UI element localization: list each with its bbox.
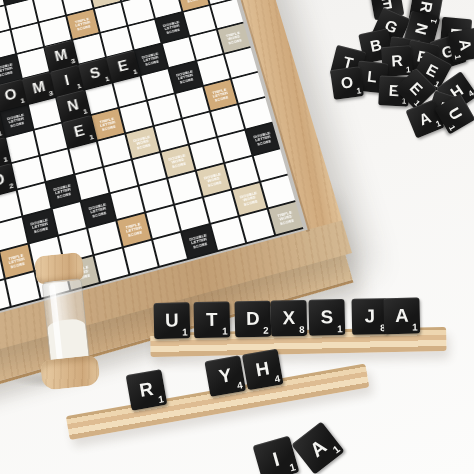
board-cell[interactable] [153,233,187,266]
letter-tile-H[interactable]: H4 [242,349,284,391]
premium-square-label: DOUBLE LETTER SCORE [0,61,18,79]
tile-value: 2 [263,325,269,336]
letter-tile-I[interactable]: I1 [252,435,299,474]
sand-timer[interactable] [23,251,107,396]
board-cell[interactable] [211,217,245,250]
letter-tile-S[interactable]: S1 [308,299,345,336]
premium-square-label: DOUBLE WORD SCORE [235,190,263,209]
premium-square-label: DOUBLE LETTER SCORE [26,216,54,235]
tile-value: 1 [222,325,228,336]
premium-square-label: TRIPLE LETTER SCORE [70,16,97,33]
premium-square-label: DOUBLE WORD SCORE [91,0,118,2]
premium-square-label: DOUBLE WORD SCORE [164,152,192,171]
tile-value: 1 [182,326,188,337]
board-cell[interactable] [124,241,158,274]
letter-tile-D[interactable]: D2 [234,301,271,338]
board-cell[interactable] [95,249,129,282]
letter-tile-A[interactable]: A1 [383,297,420,334]
letter-tile-A[interactable]: A1 [291,421,344,474]
tile-value: 8 [299,324,305,335]
board-cell[interactable] [240,210,274,242]
premium-square-label: TRIPLE LETTER SCORE [120,220,148,239]
scene: TRIPLE WORD SCOREDOUBLE LETTER SCORETRIP… [0,0,474,474]
letter-tile-R[interactable]: R1 [126,369,168,411]
letter-tile-X[interactable]: X8 [270,300,307,337]
tile-value: 1 [412,321,418,332]
premium-square-label: TRIPLE WORD SCORE [272,209,300,228]
premium-square-label: DOUBLE LETTER SCORE [249,130,277,148]
tile-value: 1 [356,86,362,96]
premium-square-label: DOUBLE LETTER SCORE [49,182,77,201]
letter-tile-O[interactable]: O1 [330,66,364,100]
letter-tile-U[interactable]: U1 [154,302,191,339]
premium-square-label: DOUBLE WORD SCORE [200,171,228,190]
premium-square-label: TRIPLE LETTER SCORE [179,0,206,5]
letter-tile-A[interactable]: A1 [448,28,474,63]
premium-square-label: DOUBLE LETTER SCORE [84,201,112,220]
premium-square-label: TRIPLE LETTER SCORE [207,86,234,104]
letter-tile-Y[interactable]: Y4 [204,355,246,397]
premium-square-label: TRIPLE WORD SCORE [220,29,247,46]
board-cell[interactable]: DOUBLE LETTER SCORE [182,225,216,258]
premium-square-label: DOUBLE LETTER SCORE [3,112,30,130]
premium-square-label: DOUBLE LETTER SCORE [172,68,199,86]
timer-glass-tube [42,278,91,366]
premium-square-label: DOUBLE WORD SCORE [129,134,157,152]
board-cell[interactable]: TRIPLE WORD SCORE [269,202,303,234]
premium-square-label: TRIPLE LETTER SCORE [94,115,122,133]
letter-tile-T[interactable]: T1 [193,301,230,338]
premium-square-label: DOUBLE LETTER SCORE [185,232,213,251]
premium-square-label: DOUBLE LETTER SCORE [159,19,186,36]
premium-square-label: DOUBLE LETTER SCORE [137,50,164,68]
